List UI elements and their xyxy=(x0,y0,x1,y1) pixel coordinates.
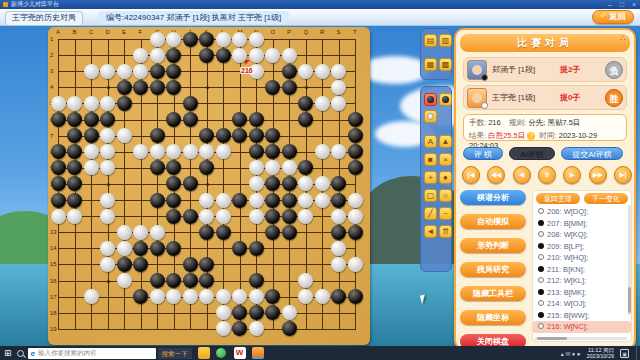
white-stone xyxy=(282,48,297,63)
result-label: 结果: xyxy=(469,131,486,140)
captures-count: 提0子 xyxy=(560,92,580,103)
row-label: 4 xyxy=(50,84,53,90)
search-placeholder: 输入你要搜索的内容 xyxy=(38,349,97,358)
black-stone xyxy=(199,257,214,272)
black-stone xyxy=(199,32,214,47)
black-stone xyxy=(133,289,148,304)
last-move-number: 216 xyxy=(240,67,254,74)
column-label: O xyxy=(271,29,276,35)
black-stone xyxy=(150,80,165,95)
white-stone xyxy=(117,64,132,79)
white-stone xyxy=(166,289,181,304)
black-stone xyxy=(348,289,363,304)
last-move-button[interactable]: ▶| xyxy=(614,166,632,184)
black-stone xyxy=(232,305,247,320)
back-to-main-line-button[interactable]: 返回主谱 xyxy=(536,193,580,204)
white-stone xyxy=(249,48,264,63)
black-stone xyxy=(51,112,66,127)
white-stone xyxy=(232,32,247,47)
black-stone xyxy=(166,209,181,224)
result-badge-lose: 负 xyxy=(605,61,623,79)
star-point xyxy=(107,280,110,283)
system-tray: ▴ ✉ ♦ ● 11:12 周日 2023/10/29 ▣ xyxy=(561,346,640,360)
hide-coords-button[interactable]: 隐藏坐标 xyxy=(460,310,526,325)
row-label: 15 xyxy=(50,261,57,267)
help-icon[interactable]: ? xyxy=(527,132,535,140)
app-logo-icon xyxy=(3,2,8,7)
taskbar-search-input[interactable]: e 输入你要搜索的内容 xyxy=(28,348,156,359)
history-tab[interactable]: 王宇尧的历史对局 xyxy=(5,11,83,26)
black-stone xyxy=(265,193,280,208)
white-stone xyxy=(298,289,313,304)
jump-count-button[interactable]: 9 xyxy=(538,166,556,184)
move-list[interactable]: 返回主谱 下一变化 206: W[DQ];207: B[MM];208: W[K… xyxy=(532,190,632,342)
ring-marker-button[interactable]: ○ xyxy=(439,189,452,202)
white-stone xyxy=(249,32,264,47)
black-stone xyxy=(265,209,280,224)
white-stone xyxy=(348,193,363,208)
black-move-icon xyxy=(538,312,544,318)
row-label: 18 xyxy=(50,310,57,316)
black-stone xyxy=(216,128,231,143)
black-stone xyxy=(67,128,82,143)
row-label: 14 xyxy=(50,245,57,251)
white-move-icon xyxy=(538,231,544,237)
white-stone xyxy=(199,144,214,159)
white-stone xyxy=(216,321,231,336)
study-button[interactable]: 残局研究 xyxy=(460,262,526,277)
back-fast-button[interactable]: ◀◀ xyxy=(487,166,505,184)
column-label: Q xyxy=(304,29,309,35)
black-stone xyxy=(232,112,247,127)
move-list-item[interactable]: 211: B[KN]; xyxy=(533,264,631,276)
move-list-item[interactable]: 208: W[KQ]; xyxy=(533,229,631,241)
white-stone xyxy=(249,160,264,175)
open-folder-icon[interactable]: ▥ xyxy=(439,34,452,47)
moves-value: 216 xyxy=(488,118,501,127)
black-stone xyxy=(199,128,214,143)
white-stone xyxy=(51,96,66,111)
ai-review-button[interactable]: AI评棋 xyxy=(509,147,555,160)
rule-value: 分先; 黑贴7.5目 xyxy=(528,118,580,127)
window-titlebar: 新博少儿对弈平台 – □ × xyxy=(0,0,640,9)
black-stone xyxy=(166,241,181,256)
avatar xyxy=(467,88,487,108)
row-label: 19 xyxy=(50,326,57,332)
white-stone xyxy=(331,209,346,224)
column-label: R xyxy=(320,29,324,35)
collapse-button[interactable]: ⇈ xyxy=(439,225,452,238)
white-stone xyxy=(315,193,330,208)
move-list-vscrollbar[interactable] xyxy=(628,205,631,315)
black-stone xyxy=(265,128,280,143)
rule-label: 规则: xyxy=(509,118,526,127)
grid-line xyxy=(223,39,224,330)
player-name: 王宇尧 [1级] xyxy=(492,92,535,103)
column-label: F xyxy=(139,29,143,35)
taskbar-clock[interactable]: 11:12 周日 2023/10/29 xyxy=(586,347,614,359)
black-stone xyxy=(183,257,198,272)
white-stone xyxy=(298,193,313,208)
white-stone xyxy=(100,257,115,272)
move-list-item[interactable]: 206: W[DQ]; xyxy=(533,206,631,218)
review-button[interactable]: 评 棋 xyxy=(463,147,503,160)
white-stone xyxy=(216,305,231,320)
grid-line xyxy=(91,39,92,330)
share-icon[interactable]: ∴ xyxy=(620,33,626,43)
estimate-button[interactable]: 形势判断 xyxy=(460,238,526,253)
black-stone xyxy=(331,289,346,304)
black-stone xyxy=(51,193,66,208)
print-icon[interactable]: ▩ xyxy=(439,58,452,71)
black-move-icon xyxy=(538,243,544,249)
black-stone xyxy=(67,193,82,208)
row-label: 17 xyxy=(50,294,57,300)
black-stone xyxy=(216,48,231,63)
hide-toolbar-button[interactable]: 隐藏工具栏 xyxy=(460,286,526,301)
file-toolbar: ▤▥▦▩ xyxy=(420,28,452,80)
white-stone xyxy=(67,96,82,111)
next-variation-button[interactable]: 下一变化 xyxy=(584,193,628,204)
row-label: 1 xyxy=(50,36,53,42)
black-stone xyxy=(232,128,247,143)
black-stone xyxy=(331,225,346,240)
column-label: A xyxy=(56,29,60,35)
black-stone xyxy=(150,273,165,288)
black-stone xyxy=(84,112,99,127)
star-point xyxy=(206,86,209,89)
black-stone xyxy=(67,160,82,175)
black-stone xyxy=(183,32,198,47)
game-panel: 比赛对局 ∴ 郑涵予 [1段] 提2子 负 王宇尧 [1级] 提0子 胜 手数:… xyxy=(454,28,636,350)
black-stone xyxy=(199,160,214,175)
black-stone xyxy=(199,273,214,288)
column-label: B xyxy=(73,29,77,35)
white-stone xyxy=(84,96,99,111)
black-stone xyxy=(166,176,181,191)
black-stone xyxy=(298,112,313,127)
black-stone xyxy=(166,273,181,288)
letter-marker-button[interactable]: A xyxy=(424,135,437,148)
white-stone xyxy=(216,193,231,208)
submit-ai-review-button[interactable]: 提交AI评棋 xyxy=(561,147,623,160)
move-list-item[interactable]: 213: B[MK]; xyxy=(533,287,631,299)
white-stone xyxy=(117,241,132,256)
black-stone xyxy=(133,241,148,256)
close-icon[interactable]: × xyxy=(632,0,636,9)
column-label: C xyxy=(89,29,93,35)
black-stone xyxy=(183,209,198,224)
column-label: P xyxy=(287,29,291,35)
move-list-hscrollbar[interactable] xyxy=(535,337,627,340)
forward-button[interactable]: ▶ xyxy=(563,166,581,184)
black-stone xyxy=(348,112,363,127)
move-list-item[interactable]: 215: B[WW]; xyxy=(533,310,631,322)
erase-button[interactable]: ◄ xyxy=(424,225,437,238)
white-stone xyxy=(249,193,264,208)
back-button[interactable]: ↶ 返回 xyxy=(592,10,634,24)
black-stone xyxy=(183,112,198,127)
black-stone xyxy=(150,241,165,256)
analysis-button[interactable]: 棋谱分析 xyxy=(460,190,526,205)
white-stone xyxy=(199,193,214,208)
result-badge-win: 胜 xyxy=(605,89,623,107)
pen-marker-button[interactable]: ╱ xyxy=(424,207,437,220)
white-stone xyxy=(331,80,346,95)
black-move-icon xyxy=(538,266,544,272)
marker-toolbar: A▲■×+●▢○╱~◄⇈ xyxy=(420,86,452,272)
game-info-box: 手数: 216 规则: 分先; 黑贴7.5目 结果: 白胜25.5目 ? 时间:… xyxy=(463,114,627,141)
black-stone xyxy=(117,80,132,95)
black-stone xyxy=(117,257,132,272)
white-stone xyxy=(84,64,99,79)
wps-app-icon[interactable]: W xyxy=(234,347,246,359)
black-stone-indicator xyxy=(481,74,488,81)
white-stone xyxy=(183,289,198,304)
white-stone xyxy=(315,289,330,304)
black-move-icon xyxy=(538,289,544,295)
move-list-item[interactable]: 209: B[LP]; xyxy=(533,241,631,253)
white-stone xyxy=(150,289,165,304)
result-value: 白胜25.5目 xyxy=(488,131,525,140)
white-stone xyxy=(51,209,66,224)
black-stone xyxy=(183,273,198,288)
black-stone xyxy=(183,96,198,111)
black-stone xyxy=(249,305,264,320)
notification-icon[interactable]: ▣ xyxy=(620,349,629,358)
black-stone xyxy=(348,128,363,143)
panel-header: 比赛对局 xyxy=(460,34,630,52)
browser-app-icon[interactable] xyxy=(216,347,228,359)
black-stone xyxy=(150,64,165,79)
white-stone xyxy=(282,160,297,175)
square-marker-button[interactable]: ■ xyxy=(424,153,437,166)
white-stone xyxy=(216,144,231,159)
search-icon[interactable] xyxy=(17,350,24,357)
white-stone xyxy=(331,257,346,272)
black-stone xyxy=(51,176,66,191)
white-move-icon xyxy=(538,208,544,214)
black-stone xyxy=(100,112,115,127)
white-stone xyxy=(199,209,214,224)
move-list-item[interactable]: 212: W[KL]; xyxy=(533,275,631,287)
go-platform-app-icon[interactable] xyxy=(252,347,264,359)
black-stone xyxy=(51,144,66,159)
star-point xyxy=(107,183,110,186)
grid-line xyxy=(355,39,356,330)
tray-icons[interactable]: ▴ ✉ ♦ ● xyxy=(561,350,581,357)
black-stone xyxy=(282,209,297,224)
white-stone xyxy=(100,128,115,143)
cross-marker-button[interactable]: × xyxy=(439,153,452,166)
white-stone xyxy=(348,257,363,272)
black-stone xyxy=(67,176,82,191)
white-stone xyxy=(232,289,247,304)
first-move-button[interactable]: |◀ xyxy=(462,166,480,184)
minimize-icon[interactable]: – xyxy=(608,0,612,9)
white-stone xyxy=(166,32,181,47)
white-move-icon xyxy=(538,300,544,306)
black-move-icon xyxy=(538,220,544,226)
white-stone xyxy=(315,64,330,79)
white-stone xyxy=(133,225,148,240)
game-info-text: 编号:422490347 郑涵予 [1段] 执黑对 王宇尧 [1级] xyxy=(98,11,289,24)
black-stone xyxy=(348,160,363,175)
alternate-stone-button[interactable] xyxy=(424,93,437,106)
move-list-item[interactable]: 207: B[MM]; xyxy=(533,218,631,230)
row-label: 13 xyxy=(50,229,57,235)
black-stone xyxy=(133,80,148,95)
black-stone xyxy=(265,176,280,191)
black-stone xyxy=(183,176,198,191)
black-stone xyxy=(298,160,313,175)
player-row-black: 郑涵予 [1段] 提2子 负 xyxy=(463,57,627,82)
black-stone xyxy=(282,64,297,79)
white-stone xyxy=(150,144,165,159)
white-stone xyxy=(331,144,346,159)
white-stone xyxy=(100,64,115,79)
white-stone xyxy=(298,176,313,191)
move-list-item[interactable]: 214: W[OJ]; xyxy=(533,298,631,310)
black-stone xyxy=(298,96,313,111)
black-stone xyxy=(166,160,181,175)
maximize-icon[interactable]: □ xyxy=(620,0,624,9)
forward-fast-button[interactable]: ▶▶ xyxy=(589,166,607,184)
black-stone xyxy=(282,176,297,191)
white-stone xyxy=(249,289,264,304)
show-desktop-button[interactable] xyxy=(636,346,640,360)
feature-buttons: 棋谱分析自动模拟形势判断残局研究隐藏工具栏隐藏坐标关闭棋盘 xyxy=(460,190,530,358)
black-stone xyxy=(133,257,148,272)
black-stone xyxy=(331,193,346,208)
white-stone xyxy=(117,128,132,143)
browser-e-icon: e xyxy=(31,349,35,358)
row-label: 16 xyxy=(50,278,57,284)
black-stone xyxy=(348,144,363,159)
white-stone xyxy=(100,144,115,159)
black-stone xyxy=(249,273,264,288)
auto-replay-button[interactable]: 自动模拟 xyxy=(460,214,526,229)
black-stone xyxy=(199,48,214,63)
white-stone xyxy=(249,321,264,336)
go-board[interactable]: ABCDEFGHJKLMNOPQRST123456789101112131415… xyxy=(48,27,370,345)
white-stone xyxy=(298,209,313,224)
white-stone xyxy=(265,160,280,175)
wave-marker-button[interactable]: ~ xyxy=(439,207,452,220)
column-label: T xyxy=(353,29,357,35)
white-stone xyxy=(150,48,165,63)
file-explorer-icon[interactable] xyxy=(198,347,210,359)
star-point xyxy=(107,86,110,89)
white-stone xyxy=(298,273,313,288)
white-stone xyxy=(100,160,115,175)
white-stone xyxy=(315,176,330,191)
black-stone xyxy=(150,160,165,175)
grid-line xyxy=(240,39,241,330)
taskbar: ⊞ e 输入你要搜索的内容 搜索一下 W ▴ ✉ ♦ ● 11:12 周日 20… xyxy=(0,346,640,360)
rect-marker-button[interactable]: ▢ xyxy=(424,189,437,202)
menu-bar: 王宇尧的历史对局 编号:422490347 郑涵予 [1段] 执黑对 王宇尧 [… xyxy=(0,9,640,26)
back-button[interactable]: ◀ xyxy=(513,166,531,184)
white-stone xyxy=(315,96,330,111)
star-point xyxy=(206,183,209,186)
black-stone xyxy=(117,96,132,111)
row-label: 2 xyxy=(50,52,53,58)
black-stone xyxy=(166,48,181,63)
black-stone xyxy=(249,241,264,256)
white-stone xyxy=(348,209,363,224)
white-stone xyxy=(117,225,132,240)
white-stone xyxy=(216,289,231,304)
white-stone xyxy=(216,209,231,224)
black-stone xyxy=(265,225,280,240)
plus-marker-button[interactable]: + xyxy=(424,171,437,184)
white-stone xyxy=(265,48,280,63)
white-stone xyxy=(331,241,346,256)
white-stone xyxy=(331,96,346,111)
black-stone xyxy=(232,241,247,256)
circle-marker-button[interactable]: ● xyxy=(439,171,452,184)
black-stone xyxy=(166,112,181,127)
black-stone xyxy=(265,289,280,304)
new-file-icon[interactable]: ▤ xyxy=(424,34,437,47)
black-stone xyxy=(51,160,66,175)
move-list-item[interactable]: 210: W[HQ]; xyxy=(533,252,631,264)
black-stone xyxy=(265,144,280,159)
white-stone xyxy=(166,144,181,159)
avatar xyxy=(467,60,487,80)
white-stone-button[interactable] xyxy=(424,110,437,123)
black-stone-button[interactable] xyxy=(439,93,452,106)
player-row-white: 王宇尧 [1级] 提0子 胜 xyxy=(463,85,627,110)
black-stone xyxy=(282,193,297,208)
move-list-item[interactable]: 216: W[NC]; xyxy=(533,321,631,333)
nav-buttons: |◀◀◀◀9▶▶▶▶| xyxy=(462,166,632,186)
time-label: 时间: xyxy=(540,131,557,140)
black-stone xyxy=(199,225,214,240)
column-label: D xyxy=(106,29,110,35)
white-stone xyxy=(331,64,346,79)
white-move-icon xyxy=(538,277,544,283)
white-stone-indicator xyxy=(481,102,488,109)
black-stone xyxy=(282,225,297,240)
column-label: E xyxy=(122,29,126,35)
black-stone xyxy=(166,193,181,208)
black-stone xyxy=(249,144,264,159)
white-stone xyxy=(133,144,148,159)
triangle-marker-button[interactable]: ▲ xyxy=(439,135,452,148)
white-stone xyxy=(150,225,165,240)
white-stone xyxy=(84,160,99,175)
back-arrow-icon: ↶ xyxy=(601,12,608,21)
black-stone xyxy=(232,321,247,336)
window-title: 新博少儿对弈平台 xyxy=(11,0,59,9)
row-label: 7 xyxy=(50,133,53,139)
start-button[interactable]: ⊞ xyxy=(4,346,12,360)
black-stone xyxy=(67,144,82,159)
white-stone xyxy=(84,289,99,304)
white-stone xyxy=(67,209,82,224)
white-stone xyxy=(100,241,115,256)
white-stone xyxy=(150,32,165,47)
white-stone xyxy=(183,144,198,159)
black-stone xyxy=(265,80,280,95)
action-buttons: 评 棋AI评棋提交AI评棋 xyxy=(463,147,631,161)
save-icon[interactable]: ▦ xyxy=(424,58,437,71)
player-name: 郑涵予 [1段] xyxy=(492,64,535,75)
app-window: 新博少儿对弈平台 – □ × 王宇尧的历史对局 编号:422490347 郑涵予… xyxy=(0,0,640,360)
search-go-button[interactable]: 搜索一下 xyxy=(158,348,192,359)
